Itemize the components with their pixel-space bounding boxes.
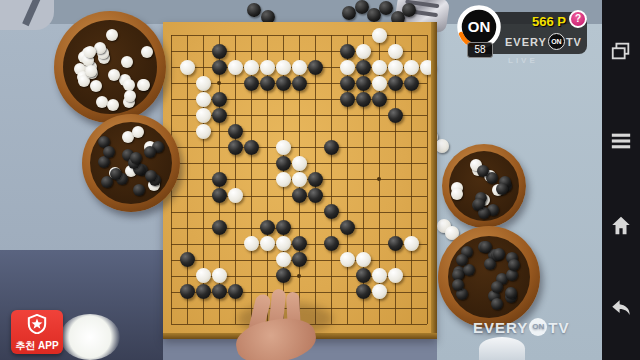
black-stone — [260, 76, 275, 91]
watermark: EVERY ON TV — [473, 318, 569, 336]
black-stone — [340, 76, 355, 91]
menu-hamburger-icon[interactable] — [610, 130, 632, 152]
player-hand — [222, 296, 326, 360]
white-stone — [212, 268, 227, 283]
grid-line — [171, 35, 427, 36]
black-bowl-stone — [133, 184, 145, 196]
black-stone — [212, 92, 227, 107]
black-bowl-stone — [130, 152, 142, 164]
right-upper-lid-mixed — [442, 144, 526, 228]
help-icon[interactable]: ? — [569, 10, 587, 28]
white-stone — [196, 124, 211, 139]
black-bowl-stone — [480, 241, 492, 253]
black-bowl-stone — [493, 248, 505, 260]
white-stone — [292, 172, 307, 187]
black-bowl-stone — [508, 259, 520, 271]
black-stone — [228, 140, 243, 155]
watermark-on-bubble-icon: ON — [529, 318, 547, 336]
white-bowl-stone — [108, 69, 120, 81]
white-bowl-stone — [106, 29, 118, 41]
white-stone — [340, 60, 355, 75]
white-stone — [372, 76, 387, 91]
recommend-app-badge[interactable]: 추천 APP — [11, 310, 63, 354]
black-stone — [292, 252, 307, 267]
black-stone — [276, 268, 291, 283]
white-stone — [260, 60, 275, 75]
black-stone — [228, 124, 243, 139]
black-stone — [308, 172, 323, 187]
black-table-stone — [247, 3, 261, 17]
black-table-stone — [402, 3, 416, 17]
black-stone — [324, 140, 339, 155]
black-stone — [324, 236, 339, 251]
black-stone — [356, 76, 371, 91]
black-stone — [340, 220, 355, 235]
black-bowl-stone — [103, 146, 115, 158]
white-table-stone — [435, 139, 449, 153]
background-object — [0, 0, 54, 30]
white-stone — [372, 28, 387, 43]
white-stone — [404, 60, 419, 75]
black-stone — [308, 188, 323, 203]
black-bowl-stone — [463, 264, 475, 276]
black-bowl-stone — [452, 279, 464, 291]
points-value: 566 P — [520, 14, 566, 29]
broadcaster-logo: EVERY ON TV — [505, 33, 582, 50]
black-stone — [212, 44, 227, 59]
top-left-bowl-white — [54, 11, 166, 123]
white-bowl-stone — [107, 99, 119, 111]
brand-on-bubble-icon: ON — [548, 33, 565, 50]
white-stone — [228, 60, 243, 75]
black-stone — [244, 76, 259, 91]
white-bowl-stone — [132, 126, 144, 138]
white-stone — [228, 188, 243, 203]
white-stone — [196, 268, 211, 283]
grid-line — [427, 35, 428, 324]
black-stone — [372, 92, 387, 107]
black-bowl-stone — [491, 281, 503, 293]
right-lower-bowl-black — [438, 226, 540, 328]
white-bowl-stone — [90, 80, 102, 92]
board-edge — [431, 22, 437, 339]
white-stone — [276, 60, 291, 75]
white-stone — [356, 44, 371, 59]
watermark-right: TV — [548, 319, 569, 336]
black-stone — [388, 236, 403, 251]
back-arrow-icon[interactable] — [610, 297, 632, 319]
white-bowl-stone — [141, 46, 153, 58]
black-stone — [340, 92, 355, 107]
grid-line — [171, 212, 427, 213]
black-stone — [324, 204, 339, 219]
channel-number: 58 — [467, 42, 493, 58]
white-stone — [356, 252, 371, 267]
white-stone — [276, 236, 291, 251]
white-stone — [276, 172, 291, 187]
shield-star-icon — [26, 314, 48, 334]
live-label: LIVE — [508, 56, 538, 65]
black-bowl-stone — [456, 254, 468, 266]
home-icon[interactable] — [610, 215, 632, 237]
go-board — [163, 22, 437, 339]
black-stone — [356, 60, 371, 75]
black-bowl-stone — [144, 146, 156, 158]
black-stone — [260, 220, 275, 235]
white-stone — [196, 76, 211, 91]
black-stone — [180, 284, 195, 299]
black-stone — [276, 220, 291, 235]
white-stone — [196, 92, 211, 107]
black-stone — [356, 92, 371, 107]
black-stone — [212, 172, 227, 187]
white-bowl-stone — [124, 90, 136, 102]
white-stone — [372, 60, 387, 75]
screen: { "game": "go (baduk)", "source": "Korea… — [0, 0, 640, 360]
black-table-stone — [342, 6, 356, 20]
white-cup — [60, 314, 120, 360]
grid-line — [171, 147, 427, 148]
white-bowl-stone — [138, 79, 150, 91]
white-bowl-stone — [85, 65, 97, 77]
white-bowl-stone — [84, 46, 96, 58]
white-stone — [388, 44, 403, 59]
black-stone — [276, 156, 291, 171]
black-stone — [244, 140, 259, 155]
white-stone — [292, 156, 307, 171]
white-stone — [276, 140, 291, 155]
brand-right: TV — [566, 36, 582, 48]
hoshi-point — [297, 274, 301, 278]
black-stone — [180, 252, 195, 267]
black-stone — [276, 76, 291, 91]
black-stone — [388, 76, 403, 91]
black-stone — [308, 60, 323, 75]
windows-overlap-icon[interactable] — [610, 40, 632, 62]
white-stone — [388, 60, 403, 75]
white-stone — [340, 252, 355, 267]
white-bowl-stone — [451, 188, 463, 200]
white-bowl-stone — [121, 56, 133, 68]
black-stone — [292, 188, 307, 203]
white-stone — [244, 236, 259, 251]
black-stone — [196, 284, 211, 299]
channel-logo-text: ON — [456, 18, 502, 35]
grid-line — [171, 228, 427, 229]
black-stone — [212, 108, 227, 123]
black-bowl-stone — [505, 287, 517, 299]
black-table-stone — [379, 1, 393, 15]
hoshi-point — [377, 177, 381, 181]
white-stone — [244, 60, 259, 75]
watermark-left: EVERY — [473, 319, 528, 336]
black-stone — [212, 220, 227, 235]
app-badge-label: 추천 APP — [11, 339, 63, 353]
hoshi-point — [217, 81, 221, 85]
white-cup-right — [479, 337, 525, 360]
black-stone — [388, 108, 403, 123]
black-bowl-stone — [491, 298, 503, 310]
white-stone — [196, 108, 211, 123]
black-stone — [356, 284, 371, 299]
white-stone — [260, 236, 275, 251]
black-stone — [292, 236, 307, 251]
white-stone — [292, 60, 307, 75]
black-stone — [404, 76, 419, 91]
android-sidebar — [602, 0, 640, 360]
black-stone — [340, 44, 355, 59]
black-stone — [212, 60, 227, 75]
black-bowl-stone — [496, 183, 508, 195]
black-bowl-stone — [145, 170, 157, 182]
white-stone — [372, 284, 387, 299]
white-stone — [404, 236, 419, 251]
white-stone — [388, 268, 403, 283]
black-stone — [212, 188, 227, 203]
white-stone — [276, 252, 291, 267]
white-stone — [180, 60, 195, 75]
black-stone — [356, 268, 371, 283]
left-middle-bowl-mixed — [82, 114, 180, 212]
white-stone — [372, 268, 387, 283]
black-stone — [292, 76, 307, 91]
brand-left: EVERY — [505, 36, 547, 48]
